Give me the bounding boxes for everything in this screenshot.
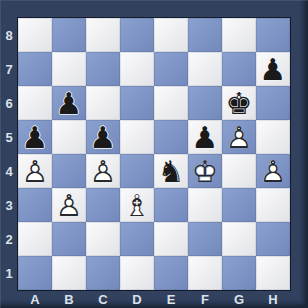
white-pawn-outline: ♙ [222,121,256,155]
square-f4[interactable]: ♚♔ [188,154,222,188]
square-h5[interactable] [256,120,290,154]
square-c5[interactable]: ♟ [86,120,120,154]
file-labels: ABCDEFGH [18,290,290,308]
square-e5[interactable] [154,120,188,154]
square-f7[interactable] [188,52,222,86]
black-pawn-glyph: ♟ [256,53,290,87]
file-label-g: G [222,290,256,308]
square-g4[interactable] [222,154,256,188]
white-pawn[interactable]: ♟♙ [222,120,256,154]
square-c3[interactable] [86,188,120,222]
square-b1[interactable] [52,256,86,290]
square-e4[interactable]: ♞ [154,154,188,188]
white-pawn[interactable]: ♟♙ [52,188,86,222]
rank-label-8: 8 [0,18,18,52]
square-d4[interactable] [120,154,154,188]
file-label-d: D [120,290,154,308]
square-b5[interactable] [52,120,86,154]
chess-board: ♟♟♚♟♟♟♟♙♟♙♟♙♞♚♔♟♙♟♙♝♗ [18,18,290,290]
square-h3[interactable] [256,188,290,222]
square-f3[interactable] [188,188,222,222]
white-pawn-fill: ♟ [18,155,52,189]
rank-label-5: 5 [0,120,18,154]
rank-label-2: 2 [0,222,18,256]
square-b2[interactable] [52,222,86,256]
chess-board-diagram: 87654321 ABCDEFGH ♟♟♚♟♟♟♟♙♟♙♟♙♞♚♔♟♙♟♙♝♗ [0,0,308,308]
rank-label-4: 4 [0,154,18,188]
square-g3[interactable] [222,188,256,222]
rank-label-6: 6 [0,86,18,120]
square-b6[interactable]: ♟ [52,86,86,120]
black-king-glyph: ♚ [222,87,256,121]
square-a2[interactable] [18,222,52,256]
square-h6[interactable] [256,86,290,120]
square-b3[interactable]: ♟♙ [52,188,86,222]
file-label-h: H [256,290,290,308]
black-pawn[interactable]: ♟ [18,120,52,154]
square-d8[interactable] [120,18,154,52]
file-label-e: E [154,290,188,308]
square-e2[interactable] [154,222,188,256]
square-b4[interactable] [52,154,86,188]
square-a3[interactable] [18,188,52,222]
square-c8[interactable] [86,18,120,52]
square-a5[interactable]: ♟ [18,120,52,154]
black-pawn-glyph: ♟ [86,121,120,155]
square-c4[interactable]: ♟♙ [86,154,120,188]
square-a4[interactable]: ♟♙ [18,154,52,188]
white-pawn-fill: ♟ [256,155,290,189]
white-pawn-fill: ♟ [86,155,120,189]
square-f1[interactable] [188,256,222,290]
square-c1[interactable] [86,256,120,290]
square-g1[interactable] [222,256,256,290]
black-pawn[interactable]: ♟ [86,120,120,154]
rank-label-7: 7 [0,52,18,86]
square-g8[interactable] [222,18,256,52]
white-pawn-fill: ♟ [52,189,86,223]
rank-labels: 87654321 [0,18,18,290]
white-pawn-outline: ♙ [256,155,290,189]
white-pawn-outline: ♙ [86,155,120,189]
black-pawn[interactable]: ♟ [52,86,86,120]
square-d3[interactable]: ♝♗ [120,188,154,222]
square-a8[interactable] [18,18,52,52]
square-f6[interactable] [188,86,222,120]
square-c2[interactable] [86,222,120,256]
square-g6[interactable]: ♚ [222,86,256,120]
rank-label-1: 1 [0,256,18,290]
black-knight[interactable]: ♞ [154,154,188,188]
black-king[interactable]: ♚ [222,86,256,120]
white-king-outline: ♔ [188,155,222,189]
white-king-fill: ♚ [188,155,222,189]
square-h4[interactable]: ♟♙ [256,154,290,188]
white-king[interactable]: ♚♔ [188,154,222,188]
square-h2[interactable] [256,222,290,256]
square-d2[interactable] [120,222,154,256]
white-pawn-outline: ♙ [52,189,86,223]
black-knight-glyph: ♞ [154,155,188,189]
square-h7[interactable]: ♟ [256,52,290,86]
square-a7[interactable] [18,52,52,86]
white-bishop-outline: ♗ [120,189,154,223]
white-bishop-fill: ♝ [120,189,154,223]
square-e3[interactable] [154,188,188,222]
square-d6[interactable] [120,86,154,120]
square-e8[interactable] [154,18,188,52]
black-pawn-glyph: ♟ [52,87,86,121]
square-b8[interactable] [52,18,86,52]
square-c6[interactable] [86,86,120,120]
square-d7[interactable] [120,52,154,86]
square-a1[interactable] [18,256,52,290]
square-f8[interactable] [188,18,222,52]
square-e1[interactable] [154,256,188,290]
white-pawn[interactable]: ♟♙ [86,154,120,188]
square-g5[interactable]: ♟♙ [222,120,256,154]
square-h1[interactable] [256,256,290,290]
square-g2[interactable] [222,222,256,256]
square-d5[interactable] [120,120,154,154]
white-pawn-fill: ♟ [222,121,256,155]
square-c7[interactable] [86,52,120,86]
white-pawn-outline: ♙ [18,155,52,189]
square-e6[interactable] [154,86,188,120]
black-pawn-glyph: ♟ [188,121,222,155]
black-pawn-glyph: ♟ [18,121,52,155]
square-b7[interactable] [52,52,86,86]
file-label-f: F [188,290,222,308]
white-bishop[interactable]: ♝♗ [120,188,154,222]
black-pawn[interactable]: ♟ [256,52,290,86]
black-pawn[interactable]: ♟ [188,120,222,154]
file-label-a: A [18,290,52,308]
square-f2[interactable] [188,222,222,256]
white-pawn[interactable]: ♟♙ [18,154,52,188]
rank-label-3: 3 [0,188,18,222]
square-d1[interactable] [120,256,154,290]
square-a6[interactable] [18,86,52,120]
file-label-c: C [86,290,120,308]
square-h8[interactable] [256,18,290,52]
white-pawn[interactable]: ♟♙ [256,154,290,188]
square-f5[interactable]: ♟ [188,120,222,154]
file-label-b: B [52,290,86,308]
square-g7[interactable] [222,52,256,86]
square-e7[interactable] [154,52,188,86]
